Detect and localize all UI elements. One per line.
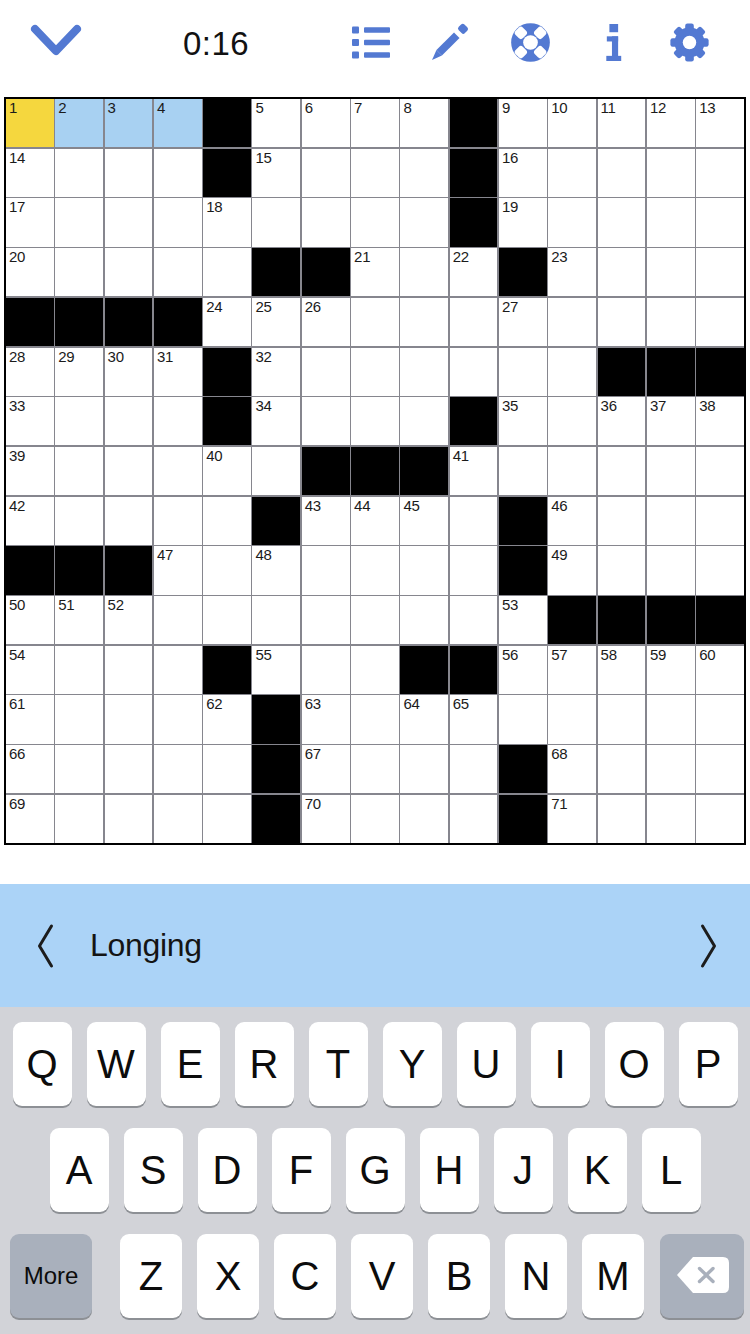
cell-number: 45 [403, 497, 419, 514]
cell-r11c10[interactable] [450, 596, 498, 644]
backspace-key[interactable] [660, 1234, 744, 1318]
cell-r7c1[interactable]: 33 [6, 397, 54, 445]
cell-r9c12[interactable]: 46 [548, 497, 596, 545]
cell-r11c6[interactable] [252, 596, 300, 644]
cell-r2c3[interactable] [105, 149, 153, 197]
cell-r11c5[interactable] [203, 596, 251, 644]
current-clue-text: Longing [90, 884, 202, 1007]
cell-r10c8[interactable] [351, 546, 399, 594]
info-icon [603, 49, 624, 64]
cell-r5c7[interactable]: 26 [302, 298, 350, 346]
cell-r9c14[interactable] [647, 497, 695, 545]
cell-r7c3[interactable] [105, 397, 153, 445]
cell-r9c1[interactable]: 42 [6, 497, 54, 545]
cell-r4c8[interactable]: 21 [351, 248, 399, 296]
cell-r1c8[interactable]: 7 [351, 99, 399, 147]
cell-r1c12[interactable]: 10 [548, 99, 596, 147]
cell-number: 54 [9, 646, 25, 663]
cell-r13c15[interactable] [696, 695, 744, 743]
black-cell-r11c15 [696, 596, 744, 644]
chevron-down-icon [30, 46, 82, 61]
cell-r4c2[interactable] [55, 248, 103, 296]
cell-r12c12[interactable]: 57 [548, 646, 596, 694]
cell-r10c12[interactable]: 49 [548, 546, 596, 594]
cell-r10c9[interactable] [400, 546, 448, 594]
cell-r15c1[interactable]: 69 [6, 795, 54, 843]
black-cell-r7c10 [450, 397, 498, 445]
cell-r10c10[interactable] [450, 546, 498, 594]
cell-r13c12[interactable] [548, 695, 596, 743]
cell-r6c11[interactable] [499, 348, 547, 396]
cell-r12c3[interactable] [105, 646, 153, 694]
keyboard-row-3: More ZXCVBNM [0, 1234, 750, 1318]
cell-r4c14[interactable] [647, 248, 695, 296]
cell-r6c2[interactable]: 29 [55, 348, 103, 396]
black-cell-r7c5 [203, 397, 251, 445]
cell-r11c8[interactable] [351, 596, 399, 644]
cell-r15c14[interactable] [647, 795, 695, 843]
key-N[interactable]: N [505, 1234, 567, 1318]
cell-r4c15[interactable] [696, 248, 744, 296]
cell-r1c6[interactable]: 5 [252, 99, 300, 147]
cell-number: 21 [354, 248, 370, 265]
collapse-button[interactable] [30, 24, 82, 58]
cell-r8c1[interactable]: 39 [6, 447, 54, 495]
key-Z[interactable]: Z [120, 1234, 182, 1318]
cell-r5c11[interactable]: 27 [499, 298, 547, 346]
cell-r14c14[interactable] [647, 745, 695, 793]
black-cell-r12c5 [203, 646, 251, 694]
cell-r6c9[interactable] [400, 348, 448, 396]
cell-r2c11[interactable]: 16 [499, 149, 547, 197]
cell-r2c14[interactable] [647, 149, 695, 197]
cell-r8c15[interactable] [696, 447, 744, 495]
cell-r8c10[interactable]: 41 [450, 447, 498, 495]
cell-number: 69 [9, 795, 25, 812]
help-button[interactable] [509, 21, 552, 64]
cell-r8c6[interactable] [252, 447, 300, 495]
cell-number: 39 [9, 447, 25, 464]
key-A[interactable]: A [50, 1128, 109, 1212]
cell-r5c15[interactable] [696, 298, 744, 346]
cell-r15c10[interactable] [450, 795, 498, 843]
black-cell-r10c1 [6, 546, 54, 594]
top-toolbar: 0:16 [0, 0, 750, 97]
more-key[interactable]: More [10, 1234, 92, 1318]
black-cell-r9c11 [499, 497, 547, 545]
cell-r6c7[interactable] [302, 348, 350, 396]
cell-r2c6[interactable]: 15 [252, 149, 300, 197]
cell-r13c7[interactable]: 63 [302, 695, 350, 743]
cell-r11c11[interactable]: 53 [499, 596, 547, 644]
cell-r10c4[interactable]: 47 [154, 546, 202, 594]
cell-r7c12[interactable] [548, 397, 596, 445]
cell-r13c4[interactable] [154, 695, 202, 743]
cell-r7c4[interactable] [154, 397, 202, 445]
key-Q[interactable]: Q [13, 1022, 72, 1106]
key-O[interactable]: O [605, 1022, 664, 1106]
cell-r11c7[interactable] [302, 596, 350, 644]
cell-r14c13[interactable] [598, 745, 646, 793]
key-C[interactable]: C [274, 1234, 336, 1318]
cell-r1c7[interactable]: 6 [302, 99, 350, 147]
cell-r2c8[interactable] [351, 149, 399, 197]
cell-r11c2[interactable]: 51 [55, 596, 103, 644]
cell-r8c5[interactable]: 40 [203, 447, 251, 495]
cell-r5c8[interactable] [351, 298, 399, 346]
cell-r1c1[interactable]: 1 [6, 99, 54, 147]
cell-r8c3[interactable] [105, 447, 153, 495]
cell-r1c9[interactable]: 8 [400, 99, 448, 147]
black-cell-r4c11 [499, 248, 547, 296]
cell-r2c13[interactable] [598, 149, 646, 197]
key-Y[interactable]: Y [383, 1022, 442, 1106]
cell-r2c12[interactable] [548, 149, 596, 197]
cell-r15c15[interactable] [696, 795, 744, 843]
cell-number: 33 [9, 397, 25, 414]
cell-r5c6[interactable]: 25 [252, 298, 300, 346]
black-cell-r2c5 [203, 149, 251, 197]
cell-r3c6[interactable] [252, 198, 300, 246]
cell-r13c9[interactable]: 64 [400, 695, 448, 743]
pencil-icon [428, 52, 472, 67]
key-L[interactable]: L [642, 1128, 701, 1212]
cell-r7c11[interactable]: 35 [499, 397, 547, 445]
cell-r8c4[interactable] [154, 447, 202, 495]
cell-r6c4[interactable]: 31 [154, 348, 202, 396]
cell-number: 63 [305, 695, 321, 712]
cell-r12c7[interactable] [302, 646, 350, 694]
key-H[interactable]: H [420, 1128, 479, 1212]
key-F[interactable]: F [272, 1128, 331, 1212]
black-cell-r13c6 [252, 695, 300, 743]
cell-number: 7 [354, 99, 362, 116]
cell-r2c15[interactable] [696, 149, 744, 197]
cell-number: 62 [206, 695, 222, 712]
cell-r1c2[interactable]: 2 [55, 99, 103, 147]
cell-r3c11[interactable]: 19 [499, 198, 547, 246]
cell-r1c15[interactable]: 13 [696, 99, 744, 147]
cell-r6c8[interactable] [351, 348, 399, 396]
cell-r7c6[interactable]: 34 [252, 397, 300, 445]
cell-r12c6[interactable]: 55 [252, 646, 300, 694]
cell-r13c10[interactable]: 65 [450, 695, 498, 743]
key-M[interactable]: M [582, 1234, 644, 1318]
cell-r7c7[interactable] [302, 397, 350, 445]
cell-r3c4[interactable] [154, 198, 202, 246]
key-S[interactable]: S [124, 1128, 183, 1212]
key-X[interactable]: X [197, 1234, 259, 1318]
black-cell-r6c14 [647, 348, 695, 396]
cell-r5c10[interactable] [450, 298, 498, 346]
cell-number: 5 [255, 99, 263, 116]
cell-r6c1[interactable]: 28 [6, 348, 54, 396]
cell-r12c2[interactable] [55, 646, 103, 694]
cell-number: 71 [551, 795, 567, 812]
cell-r1c4[interactable]: 4 [154, 99, 202, 147]
cell-number: 38 [699, 397, 715, 414]
cell-r10c14[interactable] [647, 546, 695, 594]
black-cell-r1c10 [450, 99, 498, 147]
cell-r4c4[interactable] [154, 248, 202, 296]
cell-r2c7[interactable] [302, 149, 350, 197]
cell-r4c5[interactable] [203, 248, 251, 296]
black-cell-r10c3 [105, 546, 153, 594]
cell-r3c2[interactable] [55, 198, 103, 246]
cell-r3c15[interactable] [696, 198, 744, 246]
cell-r12c15[interactable]: 60 [696, 646, 744, 694]
key-D[interactable]: D [198, 1128, 257, 1212]
pencil-button[interactable] [428, 20, 472, 64]
cell-r14c15[interactable] [696, 745, 744, 793]
next-clue-button[interactable] [699, 923, 718, 969]
cell-r7c14[interactable]: 37 [647, 397, 695, 445]
cell-r10c7[interactable] [302, 546, 350, 594]
cell-number: 29 [58, 348, 74, 365]
key-R[interactable]: R [235, 1022, 294, 1106]
key-E[interactable]: E [161, 1022, 220, 1106]
cell-r8c13[interactable] [598, 447, 646, 495]
cell-r13c5[interactable]: 62 [203, 695, 251, 743]
cell-r13c3[interactable] [105, 695, 153, 743]
cell-r14c10[interactable] [450, 745, 498, 793]
cell-r13c8[interactable] [351, 695, 399, 743]
black-cell-r15c6 [252, 795, 300, 843]
key-J[interactable]: J [494, 1128, 553, 1212]
cell-r9c13[interactable] [598, 497, 646, 545]
cell-number: 42 [9, 497, 25, 514]
cell-r7c9[interactable] [400, 397, 448, 445]
black-cell-r2c10 [450, 149, 498, 197]
cell-r3c14[interactable] [647, 198, 695, 246]
cell-r12c8[interactable] [351, 646, 399, 694]
info-button[interactable] [603, 24, 624, 61]
cell-r14c5[interactable] [203, 745, 251, 793]
key-W[interactable]: W [87, 1022, 146, 1106]
cell-r12c13[interactable]: 58 [598, 646, 646, 694]
black-cell-r5c3 [105, 298, 153, 346]
cell-number: 17 [9, 198, 25, 215]
clue-bar[interactable]: Longing [0, 884, 750, 1007]
cell-number: 35 [502, 397, 518, 414]
cell-number: 57 [551, 646, 567, 663]
cell-r13c1[interactable]: 61 [6, 695, 54, 743]
timer[interactable]: 0:16 [151, 22, 281, 66]
cell-r3c1[interactable]: 17 [6, 198, 54, 246]
cell-r15c8[interactable] [351, 795, 399, 843]
cell-r12c14[interactable]: 59 [647, 646, 695, 694]
black-cell-r14c11 [499, 745, 547, 793]
cell-r9c4[interactable] [154, 497, 202, 545]
cell-r3c7[interactable] [302, 198, 350, 246]
cell-number: 34 [255, 397, 271, 414]
cell-r5c9[interactable] [400, 298, 448, 346]
cell-r10c6[interactable]: 48 [252, 546, 300, 594]
cell-r15c3[interactable] [105, 795, 153, 843]
cell-number: 22 [453, 248, 469, 265]
cell-r14c7[interactable]: 67 [302, 745, 350, 793]
clue-list-button[interactable] [352, 26, 390, 59]
cell-r15c9[interactable] [400, 795, 448, 843]
keyboard-row-3-letters: ZXCVBNM [120, 1234, 644, 1318]
cell-r7c2[interactable] [55, 397, 103, 445]
cell-r14c12[interactable]: 68 [548, 745, 596, 793]
cell-number: 19 [502, 198, 518, 215]
cell-r14c2[interactable] [55, 745, 103, 793]
cell-r1c13[interactable]: 11 [598, 99, 646, 147]
cell-r7c8[interactable] [351, 397, 399, 445]
cell-number: 24 [206, 298, 222, 315]
cell-r4c10[interactable]: 22 [450, 248, 498, 296]
cell-number: 10 [551, 99, 567, 116]
settings-button[interactable] [667, 20, 712, 65]
cell-r6c3[interactable]: 30 [105, 348, 153, 396]
cell-number: 47 [157, 546, 173, 563]
black-cell-r11c12 [548, 596, 596, 644]
previous-clue-button[interactable] [36, 923, 55, 969]
black-cell-r3c10 [450, 198, 498, 246]
keyboard-row-2: ASDFGHJKL [0, 1128, 750, 1212]
cell-r1c14[interactable]: 12 [647, 99, 695, 147]
key-T[interactable]: T [309, 1022, 368, 1106]
cell-r8c12[interactable] [548, 447, 596, 495]
cell-r13c2[interactable] [55, 695, 103, 743]
cell-r9c9[interactable]: 45 [400, 497, 448, 545]
key-V[interactable]: V [351, 1234, 413, 1318]
cell-r4c1[interactable]: 20 [6, 248, 54, 296]
cell-r15c13[interactable] [598, 795, 646, 843]
cell-r11c4[interactable] [154, 596, 202, 644]
cell-r6c10[interactable] [450, 348, 498, 396]
cell-r3c8[interactable] [351, 198, 399, 246]
crossword-grid[interactable]: 1234567891011121314151617181920212223242… [4, 97, 746, 845]
cell-r9c8[interactable]: 44 [351, 497, 399, 545]
cell-r3c3[interactable] [105, 198, 153, 246]
cell-r14c9[interactable] [400, 745, 448, 793]
cell-number: 27 [502, 298, 518, 315]
cell-r4c13[interactable] [598, 248, 646, 296]
cell-r8c14[interactable] [647, 447, 695, 495]
cell-r9c5[interactable] [203, 497, 251, 545]
cell-r11c3[interactable]: 52 [105, 596, 153, 644]
cell-r3c12[interactable] [548, 198, 596, 246]
cell-r1c11[interactable]: 9 [499, 99, 547, 147]
cell-r1c3[interactable]: 3 [105, 99, 153, 147]
cell-number: 65 [453, 695, 469, 712]
chevron-right-icon [699, 957, 718, 972]
cell-r9c7[interactable]: 43 [302, 497, 350, 545]
cell-number: 6 [305, 99, 313, 116]
cell-r7c13[interactable]: 36 [598, 397, 646, 445]
cell-r2c9[interactable] [400, 149, 448, 197]
black-cell-r10c2 [55, 546, 103, 594]
cell-r5c5[interactable]: 24 [203, 298, 251, 346]
cell-r4c3[interactable] [105, 248, 153, 296]
cell-r9c10[interactable] [450, 497, 498, 545]
cell-r11c9[interactable] [400, 596, 448, 644]
cell-r6c6[interactable]: 32 [252, 348, 300, 396]
cell-r4c12[interactable]: 23 [548, 248, 596, 296]
black-cell-r15c11 [499, 795, 547, 843]
cell-number: 51 [58, 596, 74, 613]
cell-r9c2[interactable] [55, 497, 103, 545]
gear-icon [667, 53, 712, 68]
cell-r2c1[interactable]: 14 [6, 149, 54, 197]
cell-r15c5[interactable] [203, 795, 251, 843]
backspace-icon [673, 1255, 731, 1298]
cell-number: 46 [551, 497, 567, 514]
black-cell-r1c5 [203, 99, 251, 147]
cell-r10c13[interactable] [598, 546, 646, 594]
cell-number: 13 [699, 99, 715, 116]
cell-number: 31 [157, 348, 173, 365]
cell-number: 43 [305, 497, 321, 514]
cell-r14c4[interactable] [154, 745, 202, 793]
black-cell-r9c6 [252, 497, 300, 545]
cell-r15c4[interactable] [154, 795, 202, 843]
black-cell-r8c8 [351, 447, 399, 495]
cell-number: 11 [601, 99, 616, 116]
black-cell-r14c6 [252, 745, 300, 793]
cell-r5c13[interactable] [598, 298, 646, 346]
key-G[interactable]: G [346, 1128, 405, 1212]
cell-r12c11[interactable]: 56 [499, 646, 547, 694]
cell-r13c11[interactable] [499, 695, 547, 743]
cell-r12c4[interactable] [154, 646, 202, 694]
cell-r3c13[interactable] [598, 198, 646, 246]
cell-r14c1[interactable]: 66 [6, 745, 54, 793]
cell-number: 4 [157, 99, 165, 116]
cell-r8c2[interactable] [55, 447, 103, 495]
cell-r5c14[interactable] [647, 298, 695, 346]
cell-r15c7[interactable]: 70 [302, 795, 350, 843]
black-cell-r5c4 [154, 298, 202, 346]
key-P[interactable]: P [679, 1022, 738, 1106]
cell-r4c9[interactable] [400, 248, 448, 296]
cell-number: 28 [9, 348, 25, 365]
key-B[interactable]: B [428, 1234, 490, 1318]
cell-r14c3[interactable] [105, 745, 153, 793]
cell-r13c14[interactable] [647, 695, 695, 743]
cell-r10c15[interactable] [696, 546, 744, 594]
key-U[interactable]: U [457, 1022, 516, 1106]
cell-number: 36 [601, 397, 617, 414]
cell-r15c2[interactable] [55, 795, 103, 843]
cell-r3c9[interactable] [400, 198, 448, 246]
cell-number: 60 [699, 646, 715, 663]
cell-number: 12 [650, 99, 666, 116]
cell-r15c12[interactable]: 71 [548, 795, 596, 843]
cell-r14c8[interactable] [351, 745, 399, 793]
cell-r9c15[interactable] [696, 497, 744, 545]
cell-r2c4[interactable] [154, 149, 202, 197]
cell-r12c1[interactable]: 54 [6, 646, 54, 694]
cell-r5c12[interactable] [548, 298, 596, 346]
key-K[interactable]: K [568, 1128, 627, 1212]
cell-number: 48 [255, 546, 271, 563]
cell-r8c11[interactable] [499, 447, 547, 495]
cell-r11c1[interactable]: 50 [6, 596, 54, 644]
cell-r9c3[interactable] [105, 497, 153, 545]
cell-r3c5[interactable]: 18 [203, 198, 251, 246]
cell-number: 56 [502, 646, 518, 663]
cell-r10c5[interactable] [203, 546, 251, 594]
cell-r7c15[interactable]: 38 [696, 397, 744, 445]
cell-r13c13[interactable] [598, 695, 646, 743]
cell-r2c2[interactable] [55, 149, 103, 197]
key-I[interactable]: I [531, 1022, 590, 1106]
cell-r6c12[interactable] [548, 348, 596, 396]
